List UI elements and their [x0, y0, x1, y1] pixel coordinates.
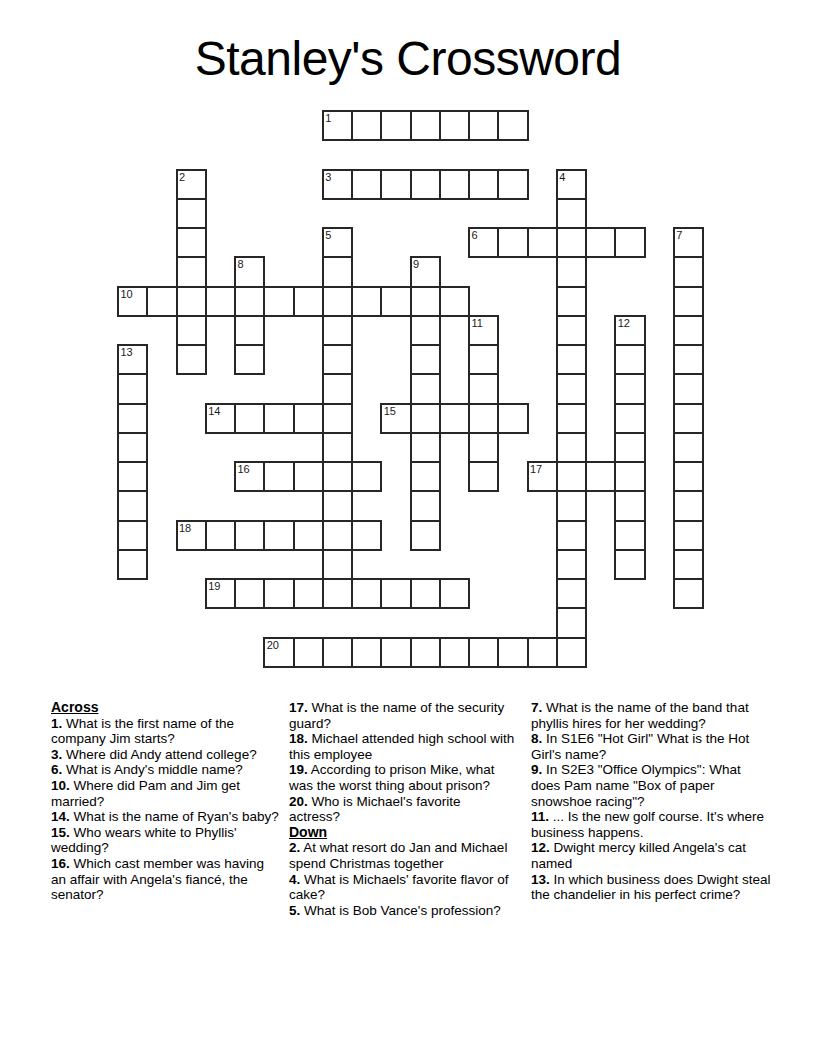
cell-r14c4[interactable] [234, 520, 265, 551]
clue-across-16: 16. Which cast member was having an affa… [51, 856, 281, 903]
cell-number-11: 11 [472, 317, 483, 329]
clue-number-label: 5. [289, 903, 300, 918]
cell-r10c4[interactable] [234, 403, 265, 434]
cell-r18c9[interactable] [380, 637, 411, 668]
cell-r4c17[interactable] [614, 227, 645, 258]
cell-number-13: 13 [121, 346, 133, 358]
clue-across-6: 6. What is Andy's middle name? [51, 762, 281, 778]
cell-r18c10[interactable] [410, 637, 441, 668]
cell-r5c10[interactable]: 9 [410, 256, 441, 287]
cell-r11c15[interactable] [556, 432, 587, 463]
cell-r10c6[interactable] [293, 403, 324, 434]
clue-across-10: 10. Where did Pam and Jim get married? [51, 778, 281, 809]
cell-r8c0[interactable]: 13 [117, 344, 148, 375]
cell-r8c15[interactable] [556, 344, 587, 375]
clue-number-label: 13. [531, 872, 550, 887]
clue-down-12: 12. Dwight mercy killed Angela's cat nam… [531, 840, 771, 871]
cell-r11c7[interactable] [322, 432, 353, 463]
cell-r11c12[interactable] [468, 432, 499, 463]
cell-number-2: 2 [179, 171, 185, 183]
cell-r6c2[interactable] [176, 286, 207, 317]
cell-r6c6[interactable] [293, 286, 324, 317]
cell-r14c3[interactable] [205, 520, 236, 551]
clue-down-8: 8. In S1E6 "Hot Girl" What is the Hot Gi… [531, 731, 771, 762]
cell-r18c13[interactable] [497, 637, 528, 668]
cell-r2c15[interactable]: 4 [556, 169, 587, 200]
cell-r0c8[interactable] [351, 110, 382, 141]
cell-r4c15[interactable] [556, 227, 587, 258]
cell-r14c6[interactable] [293, 520, 324, 551]
cell-r16c8[interactable] [351, 578, 382, 609]
cell-r2c7[interactable]: 3 [322, 169, 353, 200]
clue-down-13: 13. In which business does Dwight steal … [531, 872, 771, 903]
cell-r13c15[interactable] [556, 490, 587, 521]
down-heading: Down [289, 825, 515, 841]
cell-r6c15[interactable] [556, 286, 587, 317]
cell-r9c19[interactable] [673, 373, 704, 404]
cell-r14c7[interactable] [322, 520, 353, 551]
clue-number-label: 9. [531, 762, 542, 777]
cell-r2c10[interactable] [410, 169, 441, 200]
cell-r6c9[interactable] [380, 286, 411, 317]
cell-r10c19[interactable] [673, 403, 704, 434]
clue-across-1: 1. What is the first name of the company… [51, 716, 281, 747]
cell-r10c17[interactable] [614, 403, 645, 434]
cell-number-14: 14 [208, 405, 220, 417]
cell-r10c15[interactable] [556, 403, 587, 434]
clue-across-14: 14. What is the name of Ryan's baby? [51, 809, 281, 825]
cell-r10c13[interactable] [497, 403, 528, 434]
cell-r12c7[interactable] [322, 461, 353, 492]
cell-r11c17[interactable] [614, 432, 645, 463]
cell-r14c2[interactable]: 18 [176, 520, 207, 551]
clue-down-5: 5. What is Bob Vance's profession? [289, 903, 515, 919]
clue-number-label: 1. [51, 716, 62, 731]
cell-r6c5[interactable] [263, 286, 294, 317]
clue-across-15: 15. Who wears white to Phyllis' wedding? [51, 825, 281, 856]
cell-r2c11[interactable] [439, 169, 470, 200]
cell-r0c9[interactable] [380, 110, 411, 141]
cell-r9c0[interactable] [117, 373, 148, 404]
cell-r6c3[interactable] [205, 286, 236, 317]
cell-r12c5[interactable] [263, 461, 294, 492]
cell-r6c19[interactable] [673, 286, 704, 317]
cell-number-4: 4 [559, 171, 565, 183]
cell-r7c7[interactable] [322, 315, 353, 346]
cell-r11c10[interactable] [410, 432, 441, 463]
cell-r12c12[interactable] [468, 461, 499, 492]
cell-r10c5[interactable] [263, 403, 294, 434]
cell-r14c5[interactable] [263, 520, 294, 551]
cell-r17c15[interactable] [556, 607, 587, 638]
cell-r5c2[interactable] [176, 256, 207, 287]
page-title: Stanley's Crossword [0, 31, 816, 86]
cell-r16c11[interactable] [439, 578, 470, 609]
cell-r14c8[interactable] [351, 520, 382, 551]
cell-r4c16[interactable] [585, 227, 616, 258]
cell-r7c15[interactable] [556, 315, 587, 346]
cell-r6c11[interactable] [439, 286, 470, 317]
cell-r14c17[interactable] [614, 520, 645, 551]
clue-number-label: 10. [51, 778, 70, 793]
cell-r18c5[interactable]: 20 [263, 637, 294, 668]
cell-number-1: 1 [325, 112, 331, 124]
cell-r7c19[interactable] [673, 315, 704, 346]
cell-r9c12[interactable] [468, 373, 499, 404]
cell-r10c3[interactable]: 14 [205, 403, 236, 434]
cell-r18c15[interactable] [556, 637, 587, 668]
clue-down-4: 4. What is Michaels' favorite flavor of … [289, 872, 515, 903]
cell-r12c0[interactable] [117, 461, 148, 492]
clue-across-20: 20. Who is Michael's favorite actress? [289, 794, 515, 825]
cell-r16c9[interactable] [380, 578, 411, 609]
clue-down-9: 9. In S2E3 "Office Olympics": What does … [531, 762, 771, 809]
cell-r2c2[interactable]: 2 [176, 169, 207, 200]
cell-r0c13[interactable] [497, 110, 528, 141]
clue-number-label: 11. [531, 809, 549, 824]
cell-r12c4[interactable]: 16 [234, 461, 265, 492]
cell-r13c17[interactable] [614, 490, 645, 521]
clue-number-label: 17. [289, 700, 308, 715]
cell-number-9: 9 [413, 258, 419, 270]
cell-r18c11[interactable] [439, 637, 470, 668]
cell-r10c9[interactable]: 15 [380, 403, 411, 434]
cell-r2c9[interactable] [380, 169, 411, 200]
cell-r9c17[interactable] [614, 373, 645, 404]
cell-number-5: 5 [325, 229, 331, 241]
cell-r18c6[interactable] [293, 637, 324, 668]
clue-number-label: 6. [51, 762, 62, 777]
cell-r16c3[interactable]: 19 [205, 578, 236, 609]
clues-column-1: Across1. What is the first name of the c… [51, 700, 281, 903]
cell-r8c2[interactable] [176, 344, 207, 375]
cell-r7c10[interactable] [410, 315, 441, 346]
clue-number-label: 12. [531, 840, 550, 855]
cell-r6c4[interactable] [234, 286, 265, 317]
cell-r3c15[interactable] [556, 198, 587, 229]
cell-r4c12[interactable]: 6 [468, 227, 499, 258]
cell-r5c7[interactable] [322, 256, 353, 287]
cell-r6c0[interactable]: 10 [117, 286, 148, 317]
cell-r18c7[interactable] [322, 637, 353, 668]
cell-r5c19[interactable] [673, 256, 704, 287]
cell-r8c12[interactable] [468, 344, 499, 375]
cell-r2c13[interactable] [497, 169, 528, 200]
cell-r10c0[interactable] [117, 403, 148, 434]
clue-number-label: 2. [289, 840, 300, 855]
cell-number-17: 17 [530, 463, 542, 475]
cell-r16c15[interactable] [556, 578, 587, 609]
cell-r4c7[interactable]: 5 [322, 227, 353, 258]
cell-r18c12[interactable] [468, 637, 499, 668]
clue-number-label: 18. [289, 731, 308, 746]
cell-r0c7[interactable]: 1 [322, 110, 353, 141]
cell-r16c7[interactable] [322, 578, 353, 609]
cell-number-3: 3 [325, 171, 331, 183]
cell-r16c10[interactable] [410, 578, 441, 609]
cell-number-12: 12 [618, 317, 630, 329]
cell-r15c15[interactable] [556, 549, 587, 580]
cell-r0c11[interactable] [439, 110, 470, 141]
cell-r4c19[interactable]: 7 [673, 227, 704, 258]
cell-r13c19[interactable] [673, 490, 704, 521]
cell-r8c19[interactable] [673, 344, 704, 375]
cell-r10c11[interactable] [439, 403, 470, 434]
clue-down-2: 2. At what resort do Jan and Michael spe… [289, 840, 515, 871]
cell-number-15: 15 [384, 405, 396, 417]
cell-r4c13[interactable] [497, 227, 528, 258]
clues-column-3: 7. What is the name of the band that phy… [531, 700, 771, 903]
crossword-grid: 1234567891011121314151617181920 [117, 110, 703, 667]
cell-r4c14[interactable] [527, 227, 558, 258]
clues-column-2: 17. What is the name of the security gua… [289, 700, 515, 918]
cell-r14c19[interactable] [673, 520, 704, 551]
cell-r6c8[interactable] [351, 286, 382, 317]
cell-number-7: 7 [676, 229, 682, 241]
cell-r10c12[interactable] [468, 403, 499, 434]
across-heading: Across [51, 700, 281, 716]
cell-r15c0[interactable] [117, 549, 148, 580]
cell-r7c17[interactable]: 12 [614, 315, 645, 346]
cell-r15c7[interactable] [322, 549, 353, 580]
cell-r12c8[interactable] [351, 461, 382, 492]
cell-r18c14[interactable] [527, 637, 558, 668]
clue-number-label: 16. [51, 856, 70, 871]
clue-number-label: 20. [289, 794, 308, 809]
cell-number-8: 8 [238, 258, 244, 270]
cell-r15c19[interactable] [673, 549, 704, 580]
cell-r9c7[interactable] [322, 373, 353, 404]
cell-number-19: 19 [208, 580, 220, 592]
cell-r14c15[interactable] [556, 520, 587, 551]
cell-number-16: 16 [238, 463, 250, 475]
cell-r8c17[interactable] [614, 344, 645, 375]
cell-r11c19[interactable] [673, 432, 704, 463]
cell-r0c12[interactable] [468, 110, 499, 141]
clue-number-label: 8. [531, 731, 542, 746]
cell-r9c15[interactable] [556, 373, 587, 404]
cell-r6c10[interactable] [410, 286, 441, 317]
cell-r8c10[interactable] [410, 344, 441, 375]
cell-r12c6[interactable] [293, 461, 324, 492]
clue-number-label: 4. [289, 872, 300, 887]
cell-r14c10[interactable] [410, 520, 441, 551]
clue-down-7: 7. What is the name of the band that phy… [531, 700, 771, 731]
cell-number-10: 10 [121, 288, 133, 300]
cell-r11c0[interactable] [117, 432, 148, 463]
cell-r0c10[interactable] [410, 110, 441, 141]
cell-number-6: 6 [472, 229, 478, 241]
clue-number-label: 15. [51, 825, 70, 840]
cell-r12c19[interactable] [673, 461, 704, 492]
cell-r18c8[interactable] [351, 637, 382, 668]
cell-r15c17[interactable] [614, 549, 645, 580]
cell-r8c4[interactable] [234, 344, 265, 375]
cell-r13c7[interactable] [322, 490, 353, 521]
cell-r7c4[interactable] [234, 315, 265, 346]
cell-r5c15[interactable] [556, 256, 587, 287]
clue-across-19: 19. According to prison Mike, what was t… [289, 762, 515, 793]
cell-r12c15[interactable] [556, 461, 587, 492]
cell-r12c14[interactable]: 17 [527, 461, 558, 492]
clue-across-17: 17. What is the name of the security gua… [289, 700, 515, 731]
clue-across-3: 3. Where did Andy attend college? [51, 747, 281, 763]
cell-r2c8[interactable] [351, 169, 382, 200]
cell-r3c2[interactable] [176, 198, 207, 229]
clue-number-label: 19. [289, 762, 308, 777]
cell-r6c1[interactable] [146, 286, 177, 317]
cell-r14c0[interactable] [117, 520, 148, 551]
clue-number-label: 7. [531, 700, 542, 715]
cell-r13c0[interactable] [117, 490, 148, 521]
cell-r12c10[interactable] [410, 461, 441, 492]
clue-number-label: 14. [51, 809, 70, 824]
cell-r8c7[interactable] [322, 344, 353, 375]
cell-number-20: 20 [267, 639, 279, 651]
cell-r7c12[interactable]: 11 [468, 315, 499, 346]
cell-number-18: 18 [179, 522, 191, 534]
clue-down-11: 11. ... Is the new golf course. It's whe… [531, 809, 771, 840]
cell-r7c2[interactable] [176, 315, 207, 346]
cell-r10c7[interactable] [322, 403, 353, 434]
cell-r16c5[interactable] [263, 578, 294, 609]
clue-across-18: 18. Michael attended high school with th… [289, 731, 515, 762]
cell-r16c4[interactable] [234, 578, 265, 609]
cell-r2c12[interactable] [468, 169, 499, 200]
clue-number-label: 3. [51, 747, 62, 762]
cell-r5c4[interactable]: 8 [234, 256, 265, 287]
cell-r12c16[interactable] [585, 461, 616, 492]
cell-r6c7[interactable] [322, 286, 353, 317]
cell-r10c10[interactable] [410, 403, 441, 434]
cell-r16c6[interactable] [293, 578, 324, 609]
cell-r4c2[interactable] [176, 227, 207, 258]
cell-r9c10[interactable] [410, 373, 441, 404]
cell-r13c10[interactable] [410, 490, 441, 521]
cell-r12c17[interactable] [614, 461, 645, 492]
cell-r16c19[interactable] [673, 578, 704, 609]
